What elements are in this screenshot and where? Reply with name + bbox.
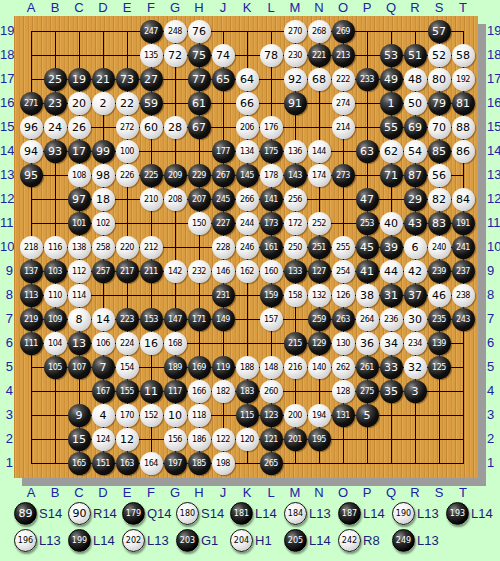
stone-H16[interactable]: 61 [188, 92, 211, 115]
stone-Q13[interactable]: 71 [380, 164, 403, 187]
stone-T15[interactable]: 88 [452, 116, 475, 139]
stone-T8[interactable]: 238 [452, 284, 475, 307]
stone-number: 227 [216, 219, 230, 228]
stone-O6[interactable]: 130 [332, 332, 355, 355]
stone-number: 269 [336, 27, 350, 36]
stone-M10[interactable]: 250 [284, 236, 307, 259]
stone-N11[interactable]: 252 [308, 212, 331, 235]
stone-number: 167 [96, 387, 110, 396]
stone-G3[interactable]: 10 [164, 404, 187, 427]
caption-stone-184: 184 [284, 502, 307, 525]
stone-D16[interactable]: 2 [92, 92, 115, 115]
stone-Q17[interactable]: 49 [380, 68, 403, 91]
stone-G9[interactable]: 142 [164, 260, 187, 283]
stone-number: 62 [384, 145, 398, 158]
stone-N7[interactable]: 259 [308, 308, 331, 331]
stone-H11[interactable]: 150 [188, 212, 211, 235]
stone-C17[interactable]: 19 [68, 68, 91, 91]
stone-G5[interactable]: 189 [164, 356, 187, 379]
stone-M19[interactable]: 270 [284, 20, 307, 43]
stone-H1[interactable]: 185 [188, 452, 211, 475]
stone-L1[interactable]: 265 [260, 452, 283, 475]
stone-O16[interactable]: 274 [332, 92, 355, 115]
stone-S16[interactable]: 79 [428, 92, 451, 115]
stone-D2[interactable]: 124 [92, 428, 115, 451]
stone-P3[interactable]: 5 [356, 404, 379, 427]
stone-E3[interactable]: 170 [116, 404, 139, 427]
stone-number: 12 [120, 433, 134, 446]
stone-S12[interactable]: 82 [428, 188, 451, 211]
stone-R8[interactable]: 37 [404, 284, 427, 307]
stone-G6[interactable]: 168 [164, 332, 187, 355]
stone-F18[interactable]: 135 [140, 44, 163, 67]
stone-E1[interactable]: 163 [116, 452, 139, 475]
stone-Q11[interactable]: 40 [380, 212, 403, 235]
stone-H3[interactable]: 118 [188, 404, 211, 427]
stone-number: 59 [144, 97, 158, 110]
stone-number: 239 [432, 267, 446, 276]
stone-C16[interactable]: 20 [68, 92, 91, 115]
stone-J11[interactable]: 227 [212, 212, 235, 235]
stone-A13[interactable]: 95 [20, 164, 43, 187]
stone-R17[interactable]: 48 [404, 68, 427, 91]
stone-J1[interactable]: 198 [212, 452, 235, 475]
stone-number: 4 [100, 409, 107, 422]
stone-N17[interactable]: 68 [308, 68, 331, 91]
stone-R12[interactable]: 29 [404, 188, 427, 211]
stone-P7[interactable]: 264 [356, 308, 379, 331]
stone-F13[interactable]: 225 [140, 164, 163, 187]
stone-C11[interactable]: 101 [68, 212, 91, 235]
stone-Q5[interactable]: 33 [380, 356, 403, 379]
stone-D11[interactable]: 102 [92, 212, 115, 235]
stone-number: 91 [288, 97, 302, 110]
stone-F17[interactable]: 27 [140, 68, 163, 91]
stone-D17[interactable]: 21 [92, 68, 115, 91]
stone-D7[interactable]: 14 [92, 308, 115, 331]
stone-A16[interactable]: 271 [20, 92, 43, 115]
stone-S18[interactable]: 52 [428, 44, 451, 67]
stone-R7[interactable]: 30 [404, 308, 427, 331]
stone-S5[interactable]: 125 [428, 356, 451, 379]
stone-number: 18 [96, 193, 110, 206]
stone-R6[interactable]: 234 [404, 332, 427, 355]
stone-J14[interactable]: 177 [212, 140, 235, 163]
stone-O19[interactable]: 269 [332, 20, 355, 43]
stone-C9[interactable]: 112 [68, 260, 91, 283]
stone-H19[interactable]: 76 [188, 20, 211, 43]
stone-C7[interactable]: 8 [68, 308, 91, 331]
stone-number: 191 [456, 219, 470, 228]
stone-R9[interactable]: 42 [404, 260, 427, 283]
stone-O4[interactable]: 128 [332, 380, 355, 403]
stone-N5[interactable]: 140 [308, 356, 331, 379]
stone-L13[interactable]: 178 [260, 164, 283, 187]
stone-J7[interactable]: 149 [212, 308, 235, 331]
stone-number: 258 [96, 243, 110, 252]
caption-stone-180: 180 [176, 502, 199, 525]
stone-R5[interactable]: 32 [404, 356, 427, 379]
stone-Q16[interactable]: 1 [380, 92, 403, 115]
stone-D9[interactable]: 257 [92, 260, 115, 283]
stone-number: 213 [336, 51, 350, 60]
stone-S6[interactable]: 139 [428, 332, 451, 355]
stone-G19[interactable]: 248 [164, 20, 187, 43]
stone-A14[interactable]: 94 [20, 140, 43, 163]
stone-H17[interactable]: 77 [188, 68, 211, 91]
caption-stone-181: 181 [230, 502, 253, 525]
stone-number: 45 [360, 241, 374, 254]
stone-S17[interactable]: 80 [428, 68, 451, 91]
stone-D3[interactable]: 4 [92, 404, 115, 427]
stone-E6[interactable]: 224 [116, 332, 139, 355]
stone-K14[interactable]: 134 [236, 140, 259, 163]
stone-O15[interactable]: 214 [332, 116, 355, 139]
stone-E5[interactable]: 154 [116, 356, 139, 379]
stone-number: 6 [412, 241, 419, 254]
stone-N10[interactable]: 251 [308, 236, 331, 259]
stone-S14[interactable]: 85 [428, 140, 451, 163]
stone-C5[interactable]: 107 [68, 356, 91, 379]
stone-number: 131 [336, 411, 350, 420]
stone-M18[interactable]: 230 [284, 44, 307, 67]
stone-F15[interactable]: 60 [140, 116, 163, 139]
stone-H2[interactable]: 186 [188, 428, 211, 451]
stone-P11[interactable]: 253 [356, 212, 379, 235]
stone-G7[interactable]: 147 [164, 308, 187, 331]
stone-O10[interactable]: 255 [332, 236, 355, 259]
stone-J13[interactable]: 267 [212, 164, 235, 187]
stone-K10[interactable]: 246 [236, 236, 259, 259]
stone-L7[interactable]: 157 [260, 308, 283, 331]
stone-E2[interactable]: 12 [116, 428, 139, 451]
stone-K5[interactable]: 188 [236, 356, 259, 379]
stone-D6[interactable]: 106 [92, 332, 115, 355]
stone-R15[interactable]: 69 [404, 116, 427, 139]
stone-S11[interactable]: 83 [428, 212, 451, 235]
stone-M11[interactable]: 172 [284, 212, 307, 235]
stone-number: 105 [48, 363, 62, 372]
stone-P14[interactable]: 63 [356, 140, 379, 163]
stone-O3[interactable]: 131 [332, 404, 355, 427]
stone-S15[interactable]: 70 [428, 116, 451, 139]
stone-N14[interactable]: 144 [308, 140, 331, 163]
stone-N2[interactable]: 195 [308, 428, 331, 451]
stone-P5[interactable]: 261 [356, 356, 379, 379]
stone-C3[interactable]: 9 [68, 404, 91, 427]
stone-S10[interactable]: 240 [428, 236, 451, 259]
stone-P9[interactable]: 41 [356, 260, 379, 283]
stone-O18[interactable]: 213 [332, 44, 355, 67]
go-board[interactable]: 2472487627026826957135727574782302212135… [14, 16, 478, 478]
stone-G4[interactable]: 117 [164, 380, 187, 403]
stone-G12[interactable]: 208 [164, 188, 187, 211]
stone-L10[interactable]: 161 [260, 236, 283, 259]
stone-E17[interactable]: 73 [116, 68, 139, 91]
stone-M3[interactable]: 200 [284, 404, 307, 427]
stone-F7[interactable]: 153 [140, 308, 163, 331]
stone-F3[interactable]: 152 [140, 404, 163, 427]
stone-number: 208 [168, 195, 182, 204]
stone-B10[interactable]: 116 [44, 236, 67, 259]
stone-J4[interactable]: 182 [212, 380, 235, 403]
stone-D13[interactable]: 98 [92, 164, 115, 187]
stone-C6[interactable]: 13 [68, 332, 91, 355]
stone-F10[interactable]: 212 [140, 236, 163, 259]
stone-L12[interactable]: 141 [260, 188, 283, 211]
stone-Q18[interactable]: 53 [380, 44, 403, 67]
stone-N18[interactable]: 221 [308, 44, 331, 67]
stone-R18[interactable]: 51 [404, 44, 427, 67]
stone-number: 135 [144, 51, 158, 60]
stone-Q6[interactable]: 34 [380, 332, 403, 355]
stone-S13[interactable]: 56 [428, 164, 451, 187]
stone-M12[interactable]: 256 [284, 188, 307, 211]
stone-B8[interactable]: 110 [44, 284, 67, 307]
stone-O7[interactable]: 263 [332, 308, 355, 331]
stone-R13[interactable]: 87 [404, 164, 427, 187]
caption-point-label: H1 [255, 533, 281, 548]
stone-number: 37 [408, 289, 422, 302]
stone-J8[interactable]: 231 [212, 284, 235, 307]
stone-L14[interactable]: 175 [260, 140, 283, 163]
stone-K4[interactable]: 183 [236, 380, 259, 403]
stone-J10[interactable]: 228 [212, 236, 235, 259]
stone-P4[interactable]: 275 [356, 380, 379, 403]
stone-number: 71 [384, 169, 398, 182]
stone-N6[interactable]: 129 [308, 332, 331, 355]
stone-G18[interactable]: 72 [164, 44, 187, 67]
stone-F4[interactable]: 11 [140, 380, 163, 403]
left-row-label-3: 3 [0, 407, 13, 423]
stone-D14[interactable]: 99 [92, 140, 115, 163]
stone-L3[interactable]: 123 [260, 404, 283, 427]
stone-L11[interactable]: 173 [260, 212, 283, 235]
stone-K17[interactable]: 64 [236, 68, 259, 91]
stone-Q8[interactable]: 31 [380, 284, 403, 307]
stone-P8[interactable]: 38 [356, 284, 379, 307]
stone-M2[interactable]: 201 [284, 428, 307, 451]
stone-H9[interactable]: 232 [188, 260, 211, 283]
stone-O13[interactable]: 273 [332, 164, 355, 187]
stone-R14[interactable]: 54 [404, 140, 427, 163]
stone-C1[interactable]: 165 [68, 452, 91, 475]
stone-M16[interactable]: 91 [284, 92, 307, 115]
stone-M6[interactable]: 215 [284, 332, 307, 355]
stone-A15[interactable]: 96 [20, 116, 43, 139]
stone-L9[interactable]: 160 [260, 260, 283, 283]
stone-R10[interactable]: 6 [404, 236, 427, 259]
stone-number: 159 [264, 291, 278, 300]
stone-N3[interactable]: 194 [308, 404, 331, 427]
stone-number: 147 [168, 315, 182, 324]
stone-L15[interactable]: 176 [260, 116, 283, 139]
stone-number: 87 [408, 169, 422, 182]
stone-B6[interactable]: 104 [44, 332, 67, 355]
stone-Q14[interactable]: 62 [380, 140, 403, 163]
stone-M8[interactable]: 158 [284, 284, 307, 307]
stone-B14[interactable]: 93 [44, 140, 67, 163]
stone-number: 27 [144, 73, 158, 86]
stone-L5[interactable]: 148 [260, 356, 283, 379]
stone-R11[interactable]: 43 [404, 212, 427, 235]
stone-P6[interactable]: 36 [356, 332, 379, 355]
stone-A9[interactable]: 137 [20, 260, 43, 283]
stone-G1[interactable]: 197 [164, 452, 187, 475]
stone-F1[interactable]: 164 [140, 452, 163, 475]
stone-O9[interactable]: 254 [332, 260, 355, 283]
stone-Q10[interactable]: 39 [380, 236, 403, 259]
caption-stone-203: 203 [176, 529, 199, 552]
stone-C13[interactable]: 108 [68, 164, 91, 187]
stone-N9[interactable]: 127 [308, 260, 331, 283]
stone-O17[interactable]: 222 [332, 68, 355, 91]
stone-H4[interactable]: 166 [188, 380, 211, 403]
stone-B5[interactable]: 105 [44, 356, 67, 379]
stone-S7[interactable]: 235 [428, 308, 451, 331]
left-row-label-2: 2 [0, 431, 13, 447]
stone-number: 273 [336, 171, 350, 180]
stone-E15[interactable]: 272 [116, 116, 139, 139]
stone-K15[interactable]: 206 [236, 116, 259, 139]
stone-J17[interactable]: 65 [212, 68, 235, 91]
stone-C8[interactable]: 114 [68, 284, 91, 307]
stone-T12[interactable]: 84 [452, 188, 475, 211]
stone-H5[interactable]: 169 [188, 356, 211, 379]
stone-A6[interactable]: 111 [20, 332, 43, 355]
stone-T18[interactable]: 58 [452, 44, 475, 67]
stone-M9[interactable]: 133 [284, 260, 307, 283]
stone-B7[interactable]: 109 [44, 308, 67, 331]
stone-E4[interactable]: 155 [116, 380, 139, 403]
stone-C2[interactable]: 15 [68, 428, 91, 451]
stone-A7[interactable]: 219 [20, 308, 43, 331]
stone-T7[interactable]: 243 [452, 308, 475, 331]
stone-N19[interactable]: 268 [308, 20, 331, 43]
stone-N13[interactable]: 174 [308, 164, 331, 187]
stone-D12[interactable]: 18 [92, 188, 115, 211]
stone-P10[interactable]: 45 [356, 236, 379, 259]
col-label-M: M [283, 485, 307, 500]
stone-G2[interactable]: 156 [164, 428, 187, 451]
stone-P12[interactable]: 47 [356, 188, 379, 211]
stone-K16[interactable]: 66 [236, 92, 259, 115]
stone-F19[interactable]: 247 [140, 20, 163, 43]
stone-G15[interactable]: 28 [164, 116, 187, 139]
stone-F6[interactable]: 16 [140, 332, 163, 355]
stone-number: 72 [168, 49, 182, 62]
stone-number: 247 [144, 27, 158, 36]
stone-J9[interactable]: 146 [212, 260, 235, 283]
stone-Q9[interactable]: 44 [380, 260, 403, 283]
stone-A8[interactable]: 113 [20, 284, 43, 307]
stone-L4[interactable]: 260 [260, 380, 283, 403]
stone-T16[interactable]: 81 [452, 92, 475, 115]
stone-K2[interactable]: 120 [236, 428, 259, 451]
left-row-label-14: 14 [0, 143, 13, 159]
stone-K12[interactable]: 266 [236, 188, 259, 211]
stone-E9[interactable]: 217 [116, 260, 139, 283]
stone-F9[interactable]: 211 [140, 260, 163, 283]
stone-B15[interactable]: 24 [44, 116, 67, 139]
stone-J5[interactable]: 119 [212, 356, 235, 379]
stone-M17[interactable]: 92 [284, 68, 307, 91]
stone-E13[interactable]: 226 [116, 164, 139, 187]
stone-C10[interactable]: 138 [68, 236, 91, 259]
stone-L8[interactable]: 159 [260, 284, 283, 307]
stone-K3[interactable]: 115 [236, 404, 259, 427]
stone-D5[interactable]: 7 [92, 356, 115, 379]
stone-J2[interactable]: 122 [212, 428, 235, 451]
stone-D4[interactable]: 167 [92, 380, 115, 403]
stone-L2[interactable]: 121 [260, 428, 283, 451]
stone-B17[interactable]: 25 [44, 68, 67, 91]
stone-S9[interactable]: 239 [428, 260, 451, 283]
stone-C15[interactable]: 26 [68, 116, 91, 139]
stone-P17[interactable]: 233 [356, 68, 379, 91]
stone-K9[interactable]: 162 [236, 260, 259, 283]
stone-M13[interactable]: 143 [284, 164, 307, 187]
stone-Q4[interactable]: 35 [380, 380, 403, 403]
stone-T9[interactable]: 237 [452, 260, 475, 283]
stone-J12[interactable]: 245 [212, 188, 235, 211]
stone-D10[interactable]: 258 [92, 236, 115, 259]
stone-E7[interactable]: 223 [116, 308, 139, 331]
stone-R4[interactable]: 3 [404, 380, 427, 403]
stone-M14[interactable]: 136 [284, 140, 307, 163]
stone-H18[interactable]: 75 [188, 44, 211, 67]
stone-F16[interactable]: 59 [140, 92, 163, 115]
stone-B16[interactable]: 23 [44, 92, 67, 115]
stone-number: 257 [96, 267, 110, 276]
stone-E14[interactable]: 100 [116, 140, 139, 163]
stone-N8[interactable]: 132 [308, 284, 331, 307]
stone-F12[interactable]: 210 [140, 188, 163, 211]
stone-C14[interactable]: 17 [68, 140, 91, 163]
stone-C12[interactable]: 97 [68, 188, 91, 211]
col-label-J: J [211, 485, 235, 500]
stone-T14[interactable]: 86 [452, 140, 475, 163]
stone-K11[interactable]: 244 [236, 212, 259, 235]
stone-S8[interactable]: 46 [428, 284, 451, 307]
stone-T17[interactable]: 192 [452, 68, 475, 91]
stone-D1[interactable]: 151 [92, 452, 115, 475]
stone-G13[interactable]: 209 [164, 164, 187, 187]
stone-H15[interactable]: 67 [188, 116, 211, 139]
stone-Q15[interactable]: 55 [380, 116, 403, 139]
stone-O8[interactable]: 126 [332, 284, 355, 307]
stone-T10[interactable]: 241 [452, 236, 475, 259]
stone-E10[interactable]: 220 [116, 236, 139, 259]
stone-number: 10 [168, 409, 182, 422]
stone-number: 198 [216, 459, 230, 468]
stone-R16[interactable]: 50 [404, 92, 427, 115]
stone-A10[interactable]: 218 [20, 236, 43, 259]
stone-K13[interactable]: 145 [236, 164, 259, 187]
stone-H7[interactable]: 171 [188, 308, 211, 331]
stone-H12[interactable]: 207 [188, 188, 211, 211]
stone-B9[interactable]: 103 [44, 260, 67, 283]
stone-M5[interactable]: 216 [284, 356, 307, 379]
stone-O5[interactable]: 262 [332, 356, 355, 379]
stone-H13[interactable]: 229 [188, 164, 211, 187]
stone-S19[interactable]: 57 [428, 20, 451, 43]
stone-Q7[interactable]: 236 [380, 308, 403, 331]
stone-E16[interactable]: 22 [116, 92, 139, 115]
stone-L18[interactable]: 78 [260, 44, 283, 67]
stone-J18[interactable]: 74 [212, 44, 235, 67]
stone-T11[interactable]: 191 [452, 212, 475, 235]
